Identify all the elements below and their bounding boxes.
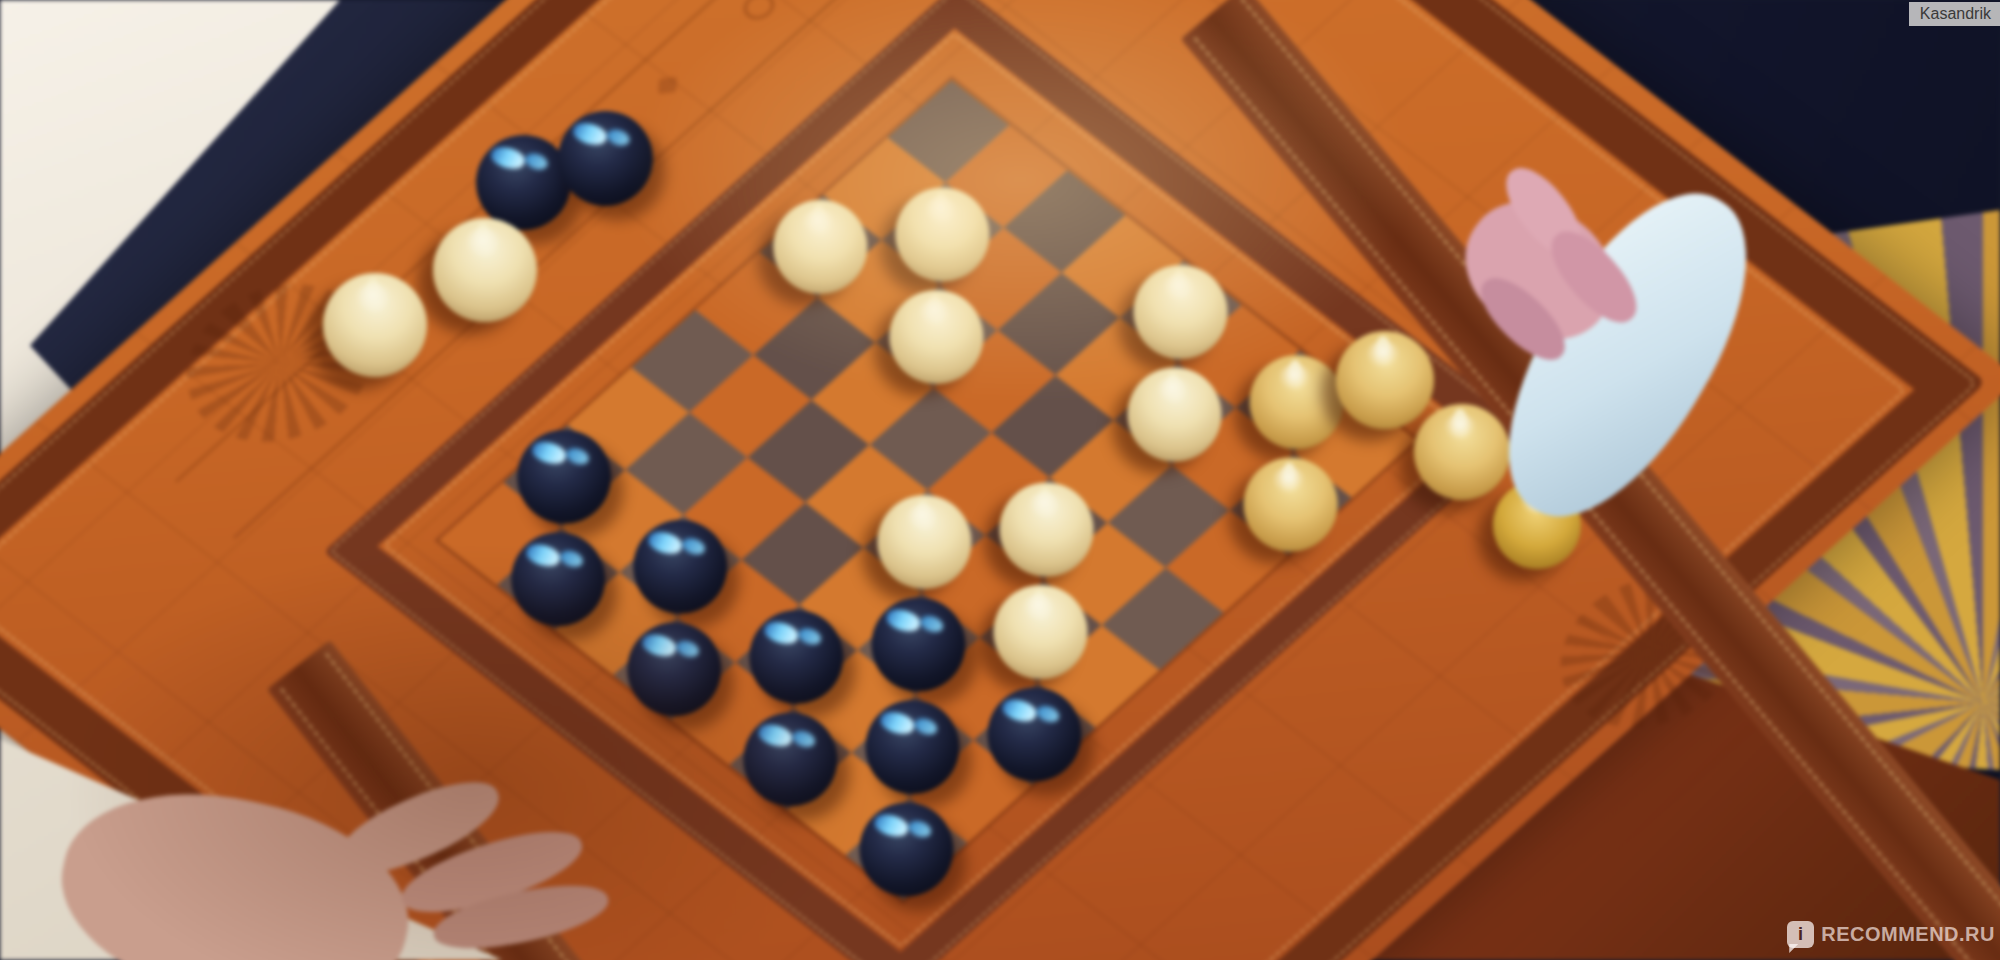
shadow-vignette bbox=[60, 540, 880, 960]
watermark-recommend: i RECOMMEND.RU bbox=[1787, 921, 1995, 948]
watermark-recommend-text: RECOMMEND.RU bbox=[1821, 923, 1995, 946]
white-piece-r4c6 bbox=[994, 584, 1088, 678]
captured-black-piece bbox=[476, 135, 571, 230]
black-piece-r5c7 bbox=[988, 687, 1082, 781]
captured-white-piece bbox=[323, 273, 427, 377]
captured-white-piece bbox=[433, 218, 537, 322]
photo-stage: Kasandrik i RECOMMEND.RU bbox=[0, 0, 2000, 960]
black-piece-r6c0 bbox=[517, 429, 611, 523]
black-piece-r5c5 bbox=[871, 597, 965, 691]
watermark-kasandrik: Kasandrik bbox=[1909, 2, 2000, 26]
recommend-icon: i bbox=[1787, 921, 1814, 948]
white-piece-r3c5 bbox=[1000, 482, 1094, 576]
white-piece-r4c4 bbox=[877, 494, 971, 588]
photo-scene bbox=[0, 0, 2000, 960]
white-piece-r1c7 bbox=[1244, 457, 1338, 551]
light-glare bbox=[600, 0, 1440, 420]
